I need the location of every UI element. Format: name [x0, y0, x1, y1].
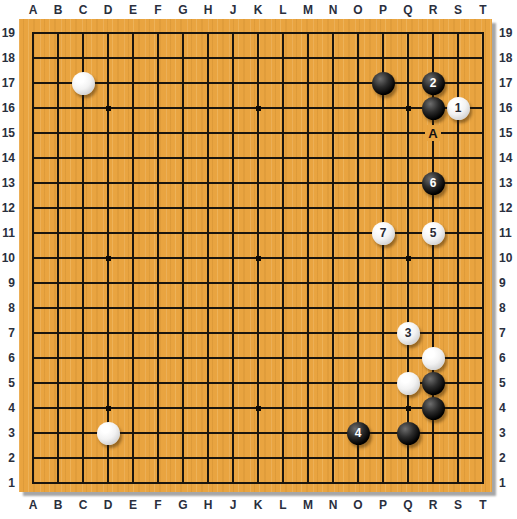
- coord-label-bottom-N: N: [321, 497, 345, 513]
- coord-label-top-S: S: [446, 2, 470, 18]
- stone-move-number: 2: [430, 76, 437, 90]
- stone-black-P17[interactable]: [372, 72, 395, 95]
- stone-white-P11[interactable]: 7: [372, 222, 395, 245]
- coord-label-left-11: 11: [0, 225, 15, 241]
- coord-label-left-5: 5: [0, 375, 15, 391]
- coord-label-right-10: 10: [499, 250, 517, 266]
- coord-label-right-14: 14: [499, 150, 517, 166]
- coord-label-bottom-T: T: [471, 497, 495, 513]
- coord-label-bottom-A: A: [21, 497, 45, 513]
- grid-line-horizontal: [32, 457, 484, 459]
- coord-label-left-4: 4: [0, 400, 15, 416]
- coord-label-top-H: H: [196, 2, 220, 18]
- coord-label-right-5: 5: [499, 375, 517, 391]
- coord-label-bottom-S: S: [446, 497, 470, 513]
- grid-line-horizontal: [32, 282, 484, 284]
- coord-label-bottom-B: B: [46, 497, 70, 513]
- stone-black-R4[interactable]: [422, 397, 445, 420]
- coord-label-right-11: 11: [499, 225, 517, 241]
- coord-label-left-7: 7: [0, 325, 15, 341]
- coord-label-right-16: 16: [499, 100, 517, 116]
- coord-label-right-8: 8: [499, 300, 517, 316]
- grid-line-vertical: [357, 32, 359, 484]
- coord-label-top-P: P: [371, 2, 395, 18]
- coord-label-right-17: 17: [499, 75, 517, 91]
- coord-label-left-17: 17: [0, 75, 15, 91]
- coord-label-bottom-G: G: [171, 497, 195, 513]
- go-diagram: ABCDEFGHJKLMNOPQRST ABCDEFGHJKLMNOPQRST …: [0, 0, 517, 519]
- stone-black-O3[interactable]: 4: [347, 422, 370, 445]
- coord-label-bottom-L: L: [271, 497, 295, 513]
- star-point-D4: [106, 406, 111, 411]
- coord-label-top-M: M: [296, 2, 320, 18]
- coord-label-bottom-K: K: [246, 497, 270, 513]
- coord-label-top-G: G: [171, 2, 195, 18]
- coord-label-left-2: 2: [0, 450, 15, 466]
- coord-label-bottom-P: P: [371, 497, 395, 513]
- coord-label-bottom-M: M: [296, 497, 320, 513]
- coord-label-top-N: N: [321, 2, 345, 18]
- grid-line-vertical: [382, 32, 384, 484]
- coord-label-top-T: T: [471, 2, 495, 18]
- coord-label-right-19: 19: [499, 25, 517, 41]
- coord-label-top-R: R: [421, 2, 445, 18]
- coord-label-top-B: B: [46, 2, 70, 18]
- stone-move-number: 3: [405, 326, 412, 340]
- point-annotation-A-R15: A: [425, 125, 441, 141]
- grid-line-horizontal: [32, 357, 484, 359]
- coord-label-left-19: 19: [0, 25, 15, 41]
- coord-label-right-3: 3: [499, 425, 517, 441]
- stone-white-Q5[interactable]: [397, 372, 420, 395]
- coord-label-top-F: F: [146, 2, 170, 18]
- grid-line-horizontal: [32, 307, 484, 309]
- stone-black-R5[interactable]: [422, 372, 445, 395]
- coord-label-right-6: 6: [499, 350, 517, 366]
- coord-label-left-1: 1: [0, 475, 15, 491]
- coord-label-top-D: D: [96, 2, 120, 18]
- stone-black-Q3[interactable]: [397, 422, 420, 445]
- coord-label-left-8: 8: [0, 300, 15, 316]
- grid-line-vertical: [482, 32, 484, 484]
- coord-label-right-18: 18: [499, 50, 517, 66]
- stone-move-number: 7: [380, 226, 387, 240]
- star-point-K10: [256, 256, 261, 261]
- coord-label-bottom-E: E: [121, 497, 145, 513]
- coord-label-bottom-Q: Q: [396, 497, 420, 513]
- star-point-Q10: [406, 256, 411, 261]
- coord-label-left-15: 15: [0, 125, 15, 141]
- coord-label-bottom-D: D: [96, 497, 120, 513]
- coord-label-bottom-J: J: [221, 497, 245, 513]
- coord-label-top-C: C: [71, 2, 95, 18]
- coord-label-left-14: 14: [0, 150, 15, 166]
- star-point-D10: [106, 256, 111, 261]
- stone-move-number: 6: [430, 176, 437, 190]
- coord-label-bottom-R: R: [421, 497, 445, 513]
- coord-label-right-2: 2: [499, 450, 517, 466]
- coord-label-left-10: 10: [0, 250, 15, 266]
- coord-label-left-18: 18: [0, 50, 15, 66]
- grid-line-vertical: [307, 32, 309, 484]
- coord-label-top-O: O: [346, 2, 370, 18]
- coord-label-top-J: J: [221, 2, 245, 18]
- coord-label-left-9: 9: [0, 275, 15, 291]
- coord-label-left-16: 16: [0, 100, 15, 116]
- coord-label-bottom-O: O: [346, 497, 370, 513]
- go-board[interactable]: A1357246: [19, 19, 492, 492]
- star-point-Q16: [406, 106, 411, 111]
- star-point-K16: [256, 106, 261, 111]
- stone-white-R11[interactable]: 5: [422, 222, 445, 245]
- grid-line-vertical: [332, 32, 334, 484]
- stone-black-R17[interactable]: 2: [422, 72, 445, 95]
- stone-white-D3[interactable]: [97, 422, 120, 445]
- coord-label-right-7: 7: [499, 325, 517, 341]
- stone-move-number: 1: [455, 101, 462, 115]
- stone-black-R13[interactable]: 6: [422, 172, 445, 195]
- coord-label-left-13: 13: [0, 175, 15, 191]
- coord-label-left-6: 6: [0, 350, 15, 366]
- coord-label-right-9: 9: [499, 275, 517, 291]
- stone-white-R6[interactable]: [422, 347, 445, 370]
- star-point-K4: [256, 406, 261, 411]
- coord-label-top-A: A: [21, 2, 45, 18]
- grid-line-horizontal: [32, 482, 484, 484]
- coord-label-top-L: L: [271, 2, 295, 18]
- coord-label-top-E: E: [121, 2, 145, 18]
- coord-label-right-12: 12: [499, 200, 517, 216]
- stone-move-number: 4: [355, 426, 362, 440]
- stone-black-R16[interactable]: [422, 97, 445, 120]
- coord-label-top-K: K: [246, 2, 270, 18]
- stone-white-Q7[interactable]: 3: [397, 322, 420, 345]
- stone-white-C17[interactable]: [72, 72, 95, 95]
- coord-label-left-3: 3: [0, 425, 15, 441]
- coord-label-right-1: 1: [499, 475, 517, 491]
- star-point-Q4: [406, 406, 411, 411]
- coord-label-right-13: 13: [499, 175, 517, 191]
- grid-line-vertical: [282, 32, 284, 484]
- coord-label-top-Q: Q: [396, 2, 420, 18]
- star-point-D16: [106, 106, 111, 111]
- coord-label-bottom-C: C: [71, 497, 95, 513]
- coord-label-bottom-F: F: [146, 497, 170, 513]
- stone-move-number: 5: [430, 226, 437, 240]
- coord-label-right-4: 4: [499, 400, 517, 416]
- coord-label-right-15: 15: [499, 125, 517, 141]
- coord-label-bottom-H: H: [196, 497, 220, 513]
- stone-white-S16[interactable]: 1: [447, 97, 470, 120]
- coord-label-left-12: 12: [0, 200, 15, 216]
